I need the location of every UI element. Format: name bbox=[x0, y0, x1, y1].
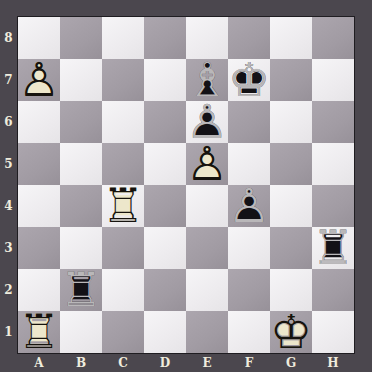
square-g3[interactable] bbox=[270, 227, 312, 269]
square-d4[interactable] bbox=[144, 185, 186, 227]
file-label-B: B bbox=[60, 355, 102, 372]
board-frame: ♟♙♝♗♚♔♟♙♟♙♜♖♟♙♜♖♜♖♜♖♚♔ bbox=[17, 16, 355, 354]
square-c8[interactable] bbox=[102, 17, 144, 59]
rank-label-1: 1 bbox=[0, 311, 17, 353]
square-a1[interactable]: ♜♖ bbox=[18, 311, 60, 353]
square-b2[interactable]: ♜♖ bbox=[60, 269, 102, 311]
file-label-F: F bbox=[228, 355, 270, 372]
square-d1[interactable] bbox=[144, 311, 186, 353]
rook-glyph-outline: ♖ bbox=[312, 226, 354, 268]
square-d2[interactable] bbox=[144, 269, 186, 311]
square-h5[interactable] bbox=[312, 143, 354, 185]
square-f2[interactable] bbox=[228, 269, 270, 311]
square-b7[interactable] bbox=[60, 59, 102, 101]
square-f3[interactable] bbox=[228, 227, 270, 269]
king-glyph-outline: ♔ bbox=[228, 58, 270, 100]
square-c2[interactable] bbox=[102, 269, 144, 311]
square-e5[interactable]: ♟♙ bbox=[186, 143, 228, 185]
white-rook[interactable]: ♜♖ bbox=[18, 311, 60, 353]
pawn-glyph-outline: ♙ bbox=[228, 184, 270, 226]
black-king[interactable]: ♚♔ bbox=[228, 59, 270, 101]
square-c3[interactable] bbox=[102, 227, 144, 269]
square-h3[interactable]: ♜♖ bbox=[312, 227, 354, 269]
square-g5[interactable] bbox=[270, 143, 312, 185]
file-label-H: H bbox=[312, 355, 354, 372]
white-pawn[interactable]: ♟♙ bbox=[186, 143, 228, 185]
file-labels: ABCDEFGH bbox=[18, 355, 354, 372]
chess-board-window: 87654321 ♟♙♝♗♚♔♟♙♟♙♜♖♟♙♜♖♜♖♜♖♚♔ ABCDEFGH bbox=[0, 0, 372, 372]
file-label-C: C bbox=[102, 355, 144, 372]
square-e1[interactable] bbox=[186, 311, 228, 353]
square-f6[interactable] bbox=[228, 101, 270, 143]
square-d7[interactable] bbox=[144, 59, 186, 101]
square-b5[interactable] bbox=[60, 143, 102, 185]
square-a5[interactable] bbox=[18, 143, 60, 185]
file-label-D: D bbox=[144, 355, 186, 372]
square-f1[interactable] bbox=[228, 311, 270, 353]
rank-labels: 87654321 bbox=[0, 17, 17, 353]
black-rook[interactable]: ♜♖ bbox=[312, 227, 354, 269]
square-a6[interactable] bbox=[18, 101, 60, 143]
square-d3[interactable] bbox=[144, 227, 186, 269]
square-e3[interactable] bbox=[186, 227, 228, 269]
square-g6[interactable] bbox=[270, 101, 312, 143]
square-c7[interactable] bbox=[102, 59, 144, 101]
square-c6[interactable] bbox=[102, 101, 144, 143]
black-pawn[interactable]: ♟♙ bbox=[228, 185, 270, 227]
square-c1[interactable] bbox=[102, 311, 144, 353]
square-h2[interactable] bbox=[312, 269, 354, 311]
pawn-glyph-outline: ♙ bbox=[18, 58, 60, 100]
square-h8[interactable] bbox=[312, 17, 354, 59]
rank-label-5: 5 bbox=[0, 143, 17, 185]
square-d6[interactable] bbox=[144, 101, 186, 143]
pawn-glyph-outline: ♙ bbox=[186, 142, 228, 184]
square-e2[interactable] bbox=[186, 269, 228, 311]
king-glyph-outline: ♔ bbox=[270, 310, 312, 352]
square-h7[interactable] bbox=[312, 59, 354, 101]
rank-label-6: 6 bbox=[0, 101, 17, 143]
rank-label-4: 4 bbox=[0, 185, 17, 227]
square-e4[interactable] bbox=[186, 185, 228, 227]
file-label-G: G bbox=[270, 355, 312, 372]
square-a3[interactable] bbox=[18, 227, 60, 269]
chess-board: ♟♙♝♗♚♔♟♙♟♙♜♖♟♙♜♖♜♖♜♖♚♔ bbox=[18, 17, 354, 353]
rook-glyph-outline: ♖ bbox=[102, 184, 144, 226]
square-g4[interactable] bbox=[270, 185, 312, 227]
square-a7[interactable]: ♟♙ bbox=[18, 59, 60, 101]
square-g1[interactable]: ♚♔ bbox=[270, 311, 312, 353]
square-b6[interactable] bbox=[60, 101, 102, 143]
black-rook[interactable]: ♜♖ bbox=[60, 269, 102, 311]
rank-label-8: 8 bbox=[0, 17, 17, 59]
square-h6[interactable] bbox=[312, 101, 354, 143]
square-d8[interactable] bbox=[144, 17, 186, 59]
square-d5[interactable] bbox=[144, 143, 186, 185]
square-b1[interactable] bbox=[60, 311, 102, 353]
square-h1[interactable] bbox=[312, 311, 354, 353]
square-a4[interactable] bbox=[18, 185, 60, 227]
rook-glyph-outline: ♖ bbox=[60, 268, 102, 310]
rook-glyph-outline: ♖ bbox=[18, 310, 60, 352]
white-rook[interactable]: ♜♖ bbox=[102, 185, 144, 227]
white-king[interactable]: ♚♔ bbox=[270, 311, 312, 353]
square-b4[interactable] bbox=[60, 185, 102, 227]
file-label-A: A bbox=[18, 355, 60, 372]
rank-label-7: 7 bbox=[0, 59, 17, 101]
rank-label-2: 2 bbox=[0, 269, 17, 311]
square-c4[interactable]: ♜♖ bbox=[102, 185, 144, 227]
square-f4[interactable]: ♟♙ bbox=[228, 185, 270, 227]
square-f7[interactable]: ♚♔ bbox=[228, 59, 270, 101]
square-g7[interactable] bbox=[270, 59, 312, 101]
square-b8[interactable] bbox=[60, 17, 102, 59]
rank-label-3: 3 bbox=[0, 227, 17, 269]
white-pawn[interactable]: ♟♙ bbox=[18, 59, 60, 101]
square-g8[interactable] bbox=[270, 17, 312, 59]
file-label-E: E bbox=[186, 355, 228, 372]
